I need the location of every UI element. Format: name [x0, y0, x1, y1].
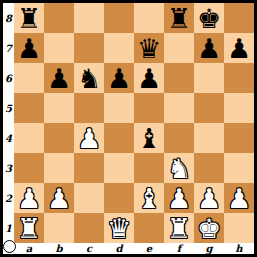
- square-c8[interactable]: [74, 3, 104, 33]
- square-a2[interactable]: ♟: [14, 183, 44, 213]
- square-h8[interactable]: [224, 3, 254, 33]
- piece-white-bishop[interactable]: ♝: [137, 185, 161, 212]
- square-f4[interactable]: [164, 123, 194, 153]
- square-e5[interactable]: [134, 93, 164, 123]
- square-b6[interactable]: ♟: [44, 63, 74, 93]
- square-c5[interactable]: [74, 93, 104, 123]
- square-a6[interactable]: [14, 63, 44, 93]
- square-g5[interactable]: [194, 93, 224, 123]
- square-b3[interactable]: [44, 153, 74, 183]
- square-a4[interactable]: [14, 123, 44, 153]
- square-g6[interactable]: [194, 63, 224, 93]
- square-b2[interactable]: ♟: [44, 183, 74, 213]
- square-h2[interactable]: ♟: [224, 183, 254, 213]
- square-b5[interactable]: [44, 93, 74, 123]
- square-g7[interactable]: ♟: [194, 33, 224, 63]
- piece-white-pawn[interactable]: ♟: [47, 185, 71, 212]
- file-label-d: d: [104, 243, 134, 254]
- square-e3[interactable]: [134, 153, 164, 183]
- piece-black-pawn[interactable]: ♟: [137, 65, 161, 92]
- piece-white-pawn[interactable]: ♟: [167, 185, 191, 212]
- file-label-c: c: [74, 243, 104, 254]
- square-g1[interactable]: ♚: [194, 213, 224, 243]
- square-f5[interactable]: [164, 93, 194, 123]
- square-g8[interactable]: ♚: [194, 3, 224, 33]
- square-c2[interactable]: [74, 183, 104, 213]
- rank-label-7: 7: [3, 33, 14, 63]
- square-a7[interactable]: ♟: [14, 33, 44, 63]
- piece-black-rook[interactable]: ♜: [17, 5, 41, 32]
- square-a8[interactable]: ♜: [14, 3, 44, 33]
- square-f1[interactable]: ♜: [164, 213, 194, 243]
- piece-white-pawn[interactable]: ♟: [77, 125, 101, 152]
- rank-label-1: 1: [3, 213, 14, 243]
- file-label-e: e: [134, 243, 164, 254]
- square-c3[interactable]: [74, 153, 104, 183]
- square-c4[interactable]: ♟: [74, 123, 104, 153]
- square-f3[interactable]: ♞: [164, 153, 194, 183]
- piece-black-pawn[interactable]: ♟: [17, 35, 41, 62]
- square-c1[interactable]: [74, 213, 104, 243]
- square-b4[interactable]: [44, 123, 74, 153]
- piece-black-rook[interactable]: ♜: [167, 5, 191, 32]
- square-d7[interactable]: [104, 33, 134, 63]
- square-f7[interactable]: [164, 33, 194, 63]
- rank-label-2: 2: [3, 183, 14, 213]
- piece-black-bishop[interactable]: ♝: [137, 125, 161, 152]
- square-h3[interactable]: [224, 153, 254, 183]
- square-d3[interactable]: [104, 153, 134, 183]
- piece-white-king[interactable]: ♚: [197, 215, 221, 242]
- square-b8[interactable]: [44, 3, 74, 33]
- square-d5[interactable]: [104, 93, 134, 123]
- square-g4[interactable]: [194, 123, 224, 153]
- piece-black-king[interactable]: ♚: [197, 5, 221, 32]
- square-h5[interactable]: [224, 93, 254, 123]
- piece-white-pawn[interactable]: ♟: [17, 185, 41, 212]
- square-e2[interactable]: ♝: [134, 183, 164, 213]
- square-f6[interactable]: [164, 63, 194, 93]
- piece-white-pawn[interactable]: ♟: [197, 185, 221, 212]
- square-e6[interactable]: ♟: [134, 63, 164, 93]
- square-e7[interactable]: ♛: [134, 33, 164, 63]
- square-d6[interactable]: ♟: [104, 63, 134, 93]
- piece-black-knight[interactable]: ♞: [77, 65, 101, 92]
- piece-white-rook[interactable]: ♜: [167, 215, 191, 242]
- square-c7[interactable]: [74, 33, 104, 63]
- square-e8[interactable]: [134, 3, 164, 33]
- file-label-f: f: [164, 243, 194, 254]
- square-b1[interactable]: [44, 213, 74, 243]
- file-label-h: h: [224, 243, 254, 254]
- rank-label-8: 8: [3, 3, 14, 33]
- piece-black-queen[interactable]: ♛: [137, 35, 161, 62]
- square-f8[interactable]: ♜: [164, 3, 194, 33]
- square-d8[interactable]: [104, 3, 134, 33]
- square-a1[interactable]: ♜: [14, 213, 44, 243]
- square-h4[interactable]: [224, 123, 254, 153]
- rank-label-3: 3: [3, 153, 14, 183]
- file-label-b: b: [44, 243, 74, 254]
- square-c6[interactable]: ♞: [74, 63, 104, 93]
- square-b7[interactable]: [44, 33, 74, 63]
- piece-black-pawn[interactable]: ♟: [107, 65, 131, 92]
- piece-white-rook[interactable]: ♜: [17, 215, 41, 242]
- piece-black-pawn[interactable]: ♟: [47, 65, 71, 92]
- square-d1[interactable]: ♛: [104, 213, 134, 243]
- file-label-a: a: [14, 243, 44, 254]
- rank-label-5: 5: [3, 93, 14, 123]
- square-a5[interactable]: [14, 93, 44, 123]
- piece-black-pawn[interactable]: ♟: [227, 35, 251, 62]
- square-h7[interactable]: ♟: [224, 33, 254, 63]
- board-frame: 8♜♜♚7♟♛♟♟6♟♞♟♟54♟♝3♞2♟♟♝♟♟♟1♜♛♜♚abcdefgh: [0, 0, 257, 257]
- rank-label-6: 6: [3, 63, 14, 93]
- square-d4[interactable]: [104, 123, 134, 153]
- square-h1[interactable]: [224, 213, 254, 243]
- square-d2[interactable]: [104, 183, 134, 213]
- square-e1[interactable]: [134, 213, 164, 243]
- piece-white-queen[interactable]: ♛: [107, 215, 131, 242]
- board-corner: [3, 243, 14, 254]
- piece-white-pawn[interactable]: ♟: [227, 185, 251, 212]
- piece-black-pawn[interactable]: ♟: [197, 35, 221, 62]
- square-g2[interactable]: ♟: [194, 183, 224, 213]
- square-a3[interactable]: [14, 153, 44, 183]
- square-f2[interactable]: ♟: [164, 183, 194, 213]
- file-label-g: g: [194, 243, 224, 254]
- square-h6[interactable]: [224, 63, 254, 93]
- rank-label-4: 4: [3, 123, 14, 153]
- square-e4[interactable]: ♝: [134, 123, 164, 153]
- white-to-move-indicator: [3, 240, 16, 253]
- chess-board: 8♜♜♚7♟♛♟♟6♟♞♟♟54♟♝3♞2♟♟♝♟♟♟1♜♛♜♚abcdefgh: [3, 3, 254, 254]
- square-g3[interactable]: [194, 153, 224, 183]
- piece-white-knight[interactable]: ♞: [167, 155, 191, 182]
